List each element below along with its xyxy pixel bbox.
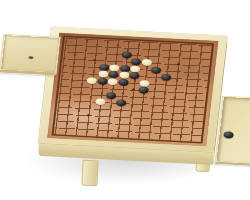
- finger-hole: [28, 56, 33, 59]
- black-stone[interactable]: [138, 86, 149, 93]
- star-point: [176, 63, 179, 65]
- board-surface: [47, 33, 218, 147]
- stone-drawer-left[interactable]: [0, 34, 61, 76]
- white-stone[interactable]: [95, 98, 106, 105]
- black-stone[interactable]: [121, 51, 132, 58]
- white-stone[interactable]: [109, 64, 120, 71]
- tray-black-stone[interactable]: [223, 131, 234, 138]
- black-stone[interactable]: [97, 77, 108, 84]
- black-stone[interactable]: [160, 74, 171, 81]
- white-stone[interactable]: [107, 78, 118, 85]
- star-point: [86, 114, 89, 116]
- board-foot-left: [81, 160, 98, 187]
- black-stone[interactable]: [119, 65, 130, 72]
- black-stone[interactable]: [106, 92, 117, 99]
- black-stone[interactable]: [115, 99, 126, 106]
- white-stone[interactable]: [119, 72, 130, 79]
- white-stone[interactable]: [141, 59, 152, 66]
- white-stone[interactable]: [130, 65, 141, 72]
- star-point: [93, 59, 96, 61]
- photo-scene: [0, 0, 250, 200]
- star-point: [131, 88, 134, 90]
- white-stone[interactable]: [98, 70, 109, 77]
- black-stone[interactable]: [151, 66, 162, 73]
- star-point: [170, 118, 173, 120]
- white-stone[interactable]: [139, 80, 150, 87]
- black-stone[interactable]: [99, 64, 110, 71]
- white-stone[interactable]: [86, 77, 97, 84]
- board-frame: [39, 27, 227, 152]
- black-stone[interactable]: [118, 78, 129, 85]
- go-board: [39, 27, 227, 152]
